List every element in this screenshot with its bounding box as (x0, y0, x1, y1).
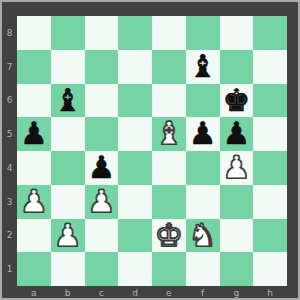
square-b6[interactable]: ♝ (51, 84, 85, 118)
square-h8[interactable] (253, 16, 287, 50)
square-f1[interactable] (186, 252, 220, 286)
white-pawn[interactable]: ♟ (54, 219, 82, 253)
square-f3[interactable] (186, 185, 220, 219)
rank-label-4: 4 (2, 151, 17, 185)
square-c5[interactable] (85, 117, 119, 151)
file-label-c: c (85, 286, 119, 300)
square-b2[interactable]: ♟ (51, 219, 85, 253)
black-pawn[interactable]: ♟ (222, 117, 250, 151)
square-f5[interactable]: ♟ (186, 117, 220, 151)
file-label-d: d (118, 286, 152, 300)
black-pawn[interactable]: ♟ (87, 151, 115, 185)
chess-board: ♝♝♚♟♝♟♟♟♟♟♟♟♚♞ (17, 16, 287, 286)
square-f2[interactable]: ♞ (186, 219, 220, 253)
rank-label-2: 2 (2, 219, 17, 253)
rank-label-1: 1 (2, 252, 17, 286)
square-c3[interactable]: ♟ (85, 185, 119, 219)
square-a5[interactable]: ♟ (17, 117, 51, 151)
square-d7[interactable] (118, 50, 152, 84)
square-h5[interactable] (253, 117, 287, 151)
black-bishop[interactable]: ♝ (54, 84, 82, 118)
square-c2[interactable] (85, 219, 119, 253)
black-pawn[interactable]: ♟ (189, 117, 217, 151)
square-a6[interactable] (17, 84, 51, 118)
square-h4[interactable] (253, 151, 287, 185)
square-d2[interactable] (118, 219, 152, 253)
square-c7[interactable] (85, 50, 119, 84)
board-frame: 87654321 ♝♝♚♟♝♟♟♟♟♟♟♟♚♞ abcdefgh (0, 0, 300, 300)
white-bishop[interactable]: ♝ (155, 117, 183, 151)
square-b5[interactable] (51, 117, 85, 151)
black-king[interactable]: ♚ (222, 84, 250, 118)
square-f8[interactable] (186, 16, 220, 50)
square-g6[interactable]: ♚ (220, 84, 254, 118)
square-b8[interactable] (51, 16, 85, 50)
square-b3[interactable] (51, 185, 85, 219)
file-label-a: a (17, 286, 51, 300)
white-pawn[interactable]: ♟ (87, 185, 115, 219)
rank-label-7: 7 (2, 50, 17, 84)
rank-label-3: 3 (2, 185, 17, 219)
white-king[interactable]: ♚ (155, 219, 183, 253)
file-label-b: b (51, 286, 85, 300)
square-h7[interactable] (253, 50, 287, 84)
square-g4[interactable]: ♟ (220, 151, 254, 185)
square-e2[interactable]: ♚ (152, 219, 186, 253)
file-label-e: e (152, 286, 186, 300)
square-a3[interactable]: ♟ (17, 185, 51, 219)
square-a7[interactable] (17, 50, 51, 84)
square-d4[interactable] (118, 151, 152, 185)
square-a8[interactable] (17, 16, 51, 50)
square-e8[interactable] (152, 16, 186, 50)
square-h2[interactable] (253, 219, 287, 253)
square-f4[interactable] (186, 151, 220, 185)
rank-label-5: 5 (2, 117, 17, 151)
square-e4[interactable] (152, 151, 186, 185)
square-d6[interactable] (118, 84, 152, 118)
square-c4[interactable]: ♟ (85, 151, 119, 185)
black-pawn[interactable]: ♟ (20, 117, 48, 151)
square-h1[interactable] (253, 252, 287, 286)
square-d8[interactable] (118, 16, 152, 50)
square-e3[interactable] (152, 185, 186, 219)
square-d5[interactable] (118, 117, 152, 151)
square-a2[interactable] (17, 219, 51, 253)
rank-label-8: 8 (2, 16, 17, 50)
square-f6[interactable] (186, 84, 220, 118)
square-e6[interactable] (152, 84, 186, 118)
square-a4[interactable] (17, 151, 51, 185)
rank-label-6: 6 (2, 84, 17, 118)
square-a1[interactable] (17, 252, 51, 286)
white-knight[interactable]: ♞ (189, 219, 217, 253)
square-h3[interactable] (253, 185, 287, 219)
square-h6[interactable] (253, 84, 287, 118)
square-d1[interactable] (118, 252, 152, 286)
rank-labels: 87654321 (2, 16, 17, 286)
square-c8[interactable] (85, 16, 119, 50)
square-g7[interactable] (220, 50, 254, 84)
file-label-h: h (253, 286, 287, 300)
square-c1[interactable] (85, 252, 119, 286)
square-d3[interactable] (118, 185, 152, 219)
square-g8[interactable] (220, 16, 254, 50)
square-e1[interactable] (152, 252, 186, 286)
square-c6[interactable] (85, 84, 119, 118)
square-g3[interactable] (220, 185, 254, 219)
white-pawn[interactable]: ♟ (20, 185, 48, 219)
file-label-g: g (220, 286, 254, 300)
white-pawn[interactable]: ♟ (222, 151, 250, 185)
square-g1[interactable] (220, 252, 254, 286)
file-labels: abcdefgh (17, 286, 287, 300)
square-b1[interactable] (51, 252, 85, 286)
square-g5[interactable]: ♟ (220, 117, 254, 151)
square-g2[interactable] (220, 219, 254, 253)
square-b7[interactable] (51, 50, 85, 84)
square-e7[interactable] (152, 50, 186, 84)
black-bishop[interactable]: ♝ (189, 50, 217, 84)
file-label-f: f (186, 286, 220, 300)
square-e5[interactable]: ♝ (152, 117, 186, 151)
square-f7[interactable]: ♝ (186, 50, 220, 84)
square-b4[interactable] (51, 151, 85, 185)
